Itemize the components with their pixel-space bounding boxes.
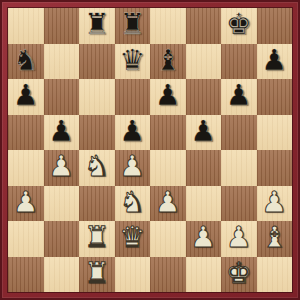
square-c7[interactable] [79, 44, 115, 80]
square-g5[interactable] [221, 115, 257, 151]
square-c4[interactable]: ♞ [79, 150, 115, 186]
square-e7[interactable]: ♝ [150, 44, 186, 80]
square-d1[interactable] [115, 257, 151, 293]
white-pawn[interactable]: ♟ [13, 188, 39, 217]
square-d8[interactable]: ♜ [115, 8, 151, 44]
square-a2[interactable] [8, 221, 44, 257]
square-b3[interactable] [44, 186, 80, 222]
black-pawn[interactable]: ♟ [155, 81, 181, 110]
square-h5[interactable] [257, 115, 293, 151]
square-h8[interactable] [257, 8, 293, 44]
square-e5[interactable] [150, 115, 186, 151]
square-b7[interactable] [44, 44, 80, 80]
square-d6[interactable] [115, 79, 151, 115]
white-pawn[interactable]: ♟ [190, 223, 216, 252]
square-e6[interactable]: ♟ [150, 79, 186, 115]
square-h6[interactable] [257, 79, 293, 115]
square-e2[interactable] [150, 221, 186, 257]
white-knight[interactable]: ♞ [84, 152, 110, 181]
square-c5[interactable] [79, 115, 115, 151]
square-h7[interactable]: ♟ [257, 44, 293, 80]
square-a4[interactable] [8, 150, 44, 186]
square-g7[interactable] [221, 44, 257, 80]
square-b5[interactable]: ♟ [44, 115, 80, 151]
square-a6[interactable]: ♟ [8, 79, 44, 115]
white-pawn[interactable]: ♟ [119, 152, 145, 181]
square-g8[interactable]: ♚ [221, 8, 257, 44]
black-queen[interactable]: ♛ [119, 46, 145, 75]
square-f3[interactable] [186, 186, 222, 222]
square-b2[interactable] [44, 221, 80, 257]
black-king[interactable]: ♚ [226, 10, 252, 39]
black-pawn[interactable]: ♟ [261, 46, 287, 75]
chess-board: ♜♜♚♞♛♝♟♟♟♟♟♟♟♟♞♟♟♞♟♟♜♛♟♟♝♜♚ [8, 8, 292, 292]
square-b6[interactable] [44, 79, 80, 115]
square-e8[interactable] [150, 8, 186, 44]
square-b8[interactable] [44, 8, 80, 44]
white-pawn[interactable]: ♟ [155, 188, 181, 217]
white-pawn[interactable]: ♟ [48, 152, 74, 181]
white-rook[interactable]: ♜ [84, 223, 110, 252]
black-pawn[interactable]: ♟ [119, 117, 145, 146]
square-c1[interactable]: ♜ [79, 257, 115, 293]
square-f2[interactable]: ♟ [186, 221, 222, 257]
black-rook[interactable]: ♜ [84, 10, 110, 39]
square-e4[interactable] [150, 150, 186, 186]
square-b1[interactable] [44, 257, 80, 293]
square-c6[interactable] [79, 79, 115, 115]
square-f5[interactable]: ♟ [186, 115, 222, 151]
square-e1[interactable] [150, 257, 186, 293]
black-rook[interactable]: ♜ [119, 10, 145, 39]
square-c2[interactable]: ♜ [79, 221, 115, 257]
white-pawn[interactable]: ♟ [261, 188, 287, 217]
square-g6[interactable]: ♟ [221, 79, 257, 115]
black-bishop[interactable]: ♝ [155, 46, 181, 75]
square-a7[interactable]: ♞ [8, 44, 44, 80]
square-d2[interactable]: ♛ [115, 221, 151, 257]
white-pawn[interactable]: ♟ [226, 223, 252, 252]
square-a1[interactable] [8, 257, 44, 293]
square-h2[interactable]: ♝ [257, 221, 293, 257]
square-a5[interactable] [8, 115, 44, 151]
square-f6[interactable] [186, 79, 222, 115]
black-pawn[interactable]: ♟ [190, 117, 216, 146]
black-pawn[interactable]: ♟ [48, 117, 74, 146]
square-f7[interactable] [186, 44, 222, 80]
square-g2[interactable]: ♟ [221, 221, 257, 257]
square-g3[interactable] [221, 186, 257, 222]
square-f8[interactable] [186, 8, 222, 44]
black-knight[interactable]: ♞ [13, 46, 39, 75]
black-pawn[interactable]: ♟ [13, 81, 39, 110]
white-queen[interactable]: ♛ [119, 223, 145, 252]
square-d4[interactable]: ♟ [115, 150, 151, 186]
square-a8[interactable] [8, 8, 44, 44]
square-b4[interactable]: ♟ [44, 150, 80, 186]
square-h3[interactable]: ♟ [257, 186, 293, 222]
square-h1[interactable] [257, 257, 293, 293]
square-a3[interactable]: ♟ [8, 186, 44, 222]
white-knight[interactable]: ♞ [119, 188, 145, 217]
square-g4[interactable] [221, 150, 257, 186]
square-f1[interactable] [186, 257, 222, 293]
white-bishop[interactable]: ♝ [261, 223, 287, 252]
square-f4[interactable] [186, 150, 222, 186]
square-g1[interactable]: ♚ [221, 257, 257, 293]
square-e3[interactable]: ♟ [150, 186, 186, 222]
white-king[interactable]: ♚ [226, 259, 252, 288]
white-rook[interactable]: ♜ [84, 259, 110, 288]
square-h4[interactable] [257, 150, 293, 186]
board-frame: ♜♜♚♞♛♝♟♟♟♟♟♟♟♟♞♟♟♞♟♟♜♛♟♟♝♜♚ [0, 0, 300, 300]
square-d7[interactable]: ♛ [115, 44, 151, 80]
square-d5[interactable]: ♟ [115, 115, 151, 151]
square-c8[interactable]: ♜ [79, 8, 115, 44]
square-c3[interactable] [79, 186, 115, 222]
black-pawn[interactable]: ♟ [226, 81, 252, 110]
square-d3[interactable]: ♞ [115, 186, 151, 222]
